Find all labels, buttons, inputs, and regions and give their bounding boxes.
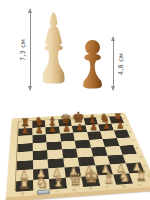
square-b7: ♟ xyxy=(32,127,46,135)
piece-black-knight: ♞ xyxy=(32,116,45,127)
piece-white-pawn: ♟ xyxy=(49,167,65,178)
file-label: g xyxy=(115,183,133,189)
square-d5 xyxy=(61,141,77,150)
piece-white-pawn: ♟ xyxy=(16,169,32,180)
piece-black-rook: ♜ xyxy=(19,118,32,129)
board-perspective-scene: ♜♞♝♛♚♝♞♜♟♟♟♟♟♟♟♟♟♟♟♟♟♟♟♟♜♞♝♛♚♝♞♜ 8765432… xyxy=(0,92,150,200)
square-a5 xyxy=(18,143,33,152)
piece-black-pawn: ♟ xyxy=(18,126,32,136)
pawn-height-label: 4,8 см xyxy=(117,52,125,74)
file-label: f xyxy=(99,185,117,191)
measure-arrow-icon xyxy=(113,37,114,90)
product-photo: 7,3 см 4,8 см xyxy=(0,0,150,200)
king-height-label: 7,3 см xyxy=(19,38,27,60)
file-label: a xyxy=(14,190,31,196)
piece-size-showcase: 7,3 см 4,8 см xyxy=(0,0,150,96)
file-label: d xyxy=(65,187,83,193)
square-c5 xyxy=(46,141,61,150)
pawn-height-measure: 4,8 см xyxy=(113,37,114,90)
square-g4 xyxy=(105,146,122,155)
king-height-measure: 7,3 см xyxy=(30,9,31,90)
piece-black-bishop: ♝ xyxy=(45,115,58,127)
file-label: c xyxy=(49,188,66,194)
square-d4 xyxy=(62,149,78,159)
square-c3 xyxy=(48,158,64,168)
measure-arrow-icon xyxy=(30,9,31,90)
square-f1: ♝ xyxy=(97,174,116,186)
square-g6 xyxy=(100,131,116,139)
chess-board: ♜♞♝♛♚♝♞♜♟♟♟♟♟♟♟♟♟♟♟♟♟♟♟♟♜♞♝♛♚♝♞♜ 8765432… xyxy=(6,113,150,198)
wooden-pawn-piece xyxy=(76,37,109,91)
chess-board-photo: ♜♞♝♛♚♝♞♜♟♟♟♟♟♟♟♟♟♟♟♟♟♟♟♟♜♞♝♛♚♝♞♜ 8765432… xyxy=(0,92,150,200)
piece-white-queen: ♛ xyxy=(67,171,84,188)
piece-white-pawn: ♟ xyxy=(33,168,49,179)
file-label: h xyxy=(131,182,149,188)
file-label: e xyxy=(82,186,100,192)
wooden-king-piece xyxy=(36,4,71,91)
